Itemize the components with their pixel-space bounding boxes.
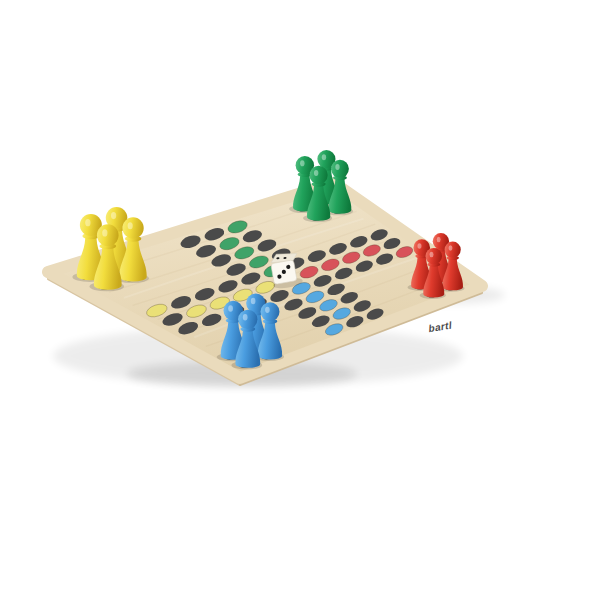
product-photo-scene: bartl bbox=[0, 0, 600, 600]
ludo-board bbox=[0, 0, 600, 600]
